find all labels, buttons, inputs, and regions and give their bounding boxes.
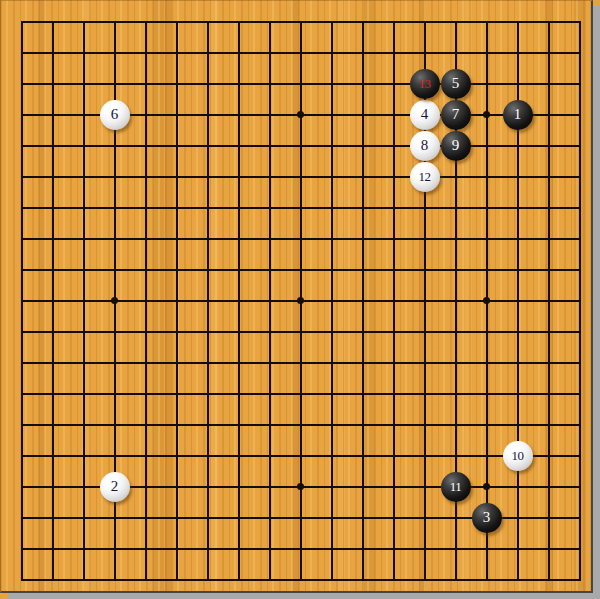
intersection-grid: 12345678910111213 <box>6 6 595 595</box>
move-number: 7 <box>452 107 460 122</box>
stone-white-d16: 6 <box>100 100 130 130</box>
star-point <box>297 111 304 118</box>
move-number: 11 <box>450 480 462 493</box>
move-number: 1 <box>514 107 522 122</box>
move-number: 5 <box>452 76 460 91</box>
go-board-surface[interactable]: 12345678910111213 <box>0 0 593 593</box>
stone-white-o14: 12 <box>410 162 440 192</box>
star-point <box>111 297 118 304</box>
move-number: 12 <box>419 170 431 183</box>
stone-black-o17: 13 <box>410 69 440 99</box>
move-number: 4 <box>421 107 429 122</box>
stone-black-p15: 9 <box>441 131 471 161</box>
stone-black-q3: 3 <box>472 503 502 533</box>
stone-white-d4: 2 <box>100 472 130 502</box>
stone-white-o16: 4 <box>410 100 440 130</box>
stone-black-p16: 7 <box>441 100 471 130</box>
move-number: 3 <box>483 510 491 525</box>
move-number: 6 <box>111 107 119 122</box>
star-point <box>483 483 490 490</box>
star-point <box>297 483 304 490</box>
stone-black-p17: 5 <box>441 69 471 99</box>
move-number: 9 <box>452 138 460 153</box>
go-diagram: 12345678910111213 <box>0 0 600 599</box>
stone-white-o15: 8 <box>410 131 440 161</box>
star-point <box>297 297 304 304</box>
star-point <box>483 111 490 118</box>
stone-black-p4: 11 <box>441 472 471 502</box>
stone-white-r5: 10 <box>503 441 533 471</box>
move-number: 2 <box>111 479 119 494</box>
move-number: 8 <box>421 138 429 153</box>
move-number: 10 <box>512 449 524 462</box>
star-point <box>483 297 490 304</box>
move-number: 13 <box>419 77 431 90</box>
stone-black-r16: 1 <box>503 100 533 130</box>
